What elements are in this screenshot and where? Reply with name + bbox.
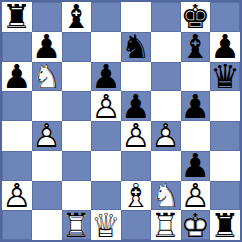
black-bishop[interactable]: ♝ xyxy=(62,2,92,32)
piece-glyph-fill: ♜ xyxy=(151,210,181,240)
white-pawn[interactable]: ♟♙ xyxy=(121,121,151,151)
square-b1[interactable] xyxy=(32,210,62,240)
chess-board: ♜♝♚♟♞♝♟♟♞♘♟♛♟♙♟♟♟♙♟♙♟♙♟♟♙♝♗♞♘♟♙♜♖♛♕♜♖♚♔♜ xyxy=(0,0,242,242)
square-d8[interactable] xyxy=(91,2,121,32)
square-d3[interactable] xyxy=(91,151,121,181)
square-b3[interactable] xyxy=(32,151,62,181)
square-b2[interactable] xyxy=(32,181,62,211)
white-knight[interactable]: ♞♘ xyxy=(32,62,62,92)
square-h8[interactable] xyxy=(210,2,240,32)
square-f8[interactable] xyxy=(151,2,181,32)
piece-glyph-outline: ♔ xyxy=(181,210,211,240)
black-rook[interactable]: ♜ xyxy=(2,2,32,32)
piece-glyph-fill: ♞ xyxy=(151,181,181,211)
black-rook[interactable]: ♜ xyxy=(210,210,240,240)
square-e1[interactable] xyxy=(121,210,151,240)
square-d6[interactable]: ♟ xyxy=(91,62,121,92)
piece-glyph-fill: ♝ xyxy=(121,181,151,211)
white-pawn[interactable]: ♟♙ xyxy=(91,91,121,121)
square-g2[interactable]: ♟♙ xyxy=(181,181,211,211)
black-pawn[interactable]: ♟ xyxy=(32,32,62,62)
piece-glyph-outline: ♙ xyxy=(32,121,62,151)
white-pawn[interactable]: ♟♙ xyxy=(181,181,211,211)
square-b6[interactable]: ♞♘ xyxy=(32,62,62,92)
square-f1[interactable]: ♜♖ xyxy=(151,210,181,240)
black-pawn[interactable]: ♟ xyxy=(181,151,211,181)
piece-glyph-outline: ♘ xyxy=(151,181,181,211)
square-g8[interactable]: ♚ xyxy=(181,2,211,32)
square-a2[interactable]: ♟♙ xyxy=(2,181,32,211)
piece-glyph-outline: ♙ xyxy=(91,91,121,121)
square-a4[interactable] xyxy=(2,121,32,151)
piece-glyph-fill: ♚ xyxy=(181,2,211,32)
square-h3[interactable] xyxy=(210,151,240,181)
piece-glyph-fill: ♟ xyxy=(2,62,32,92)
square-f3[interactable] xyxy=(151,151,181,181)
piece-glyph-fill: ♟ xyxy=(181,151,211,181)
piece-glyph-outline: ♙ xyxy=(121,121,151,151)
white-rook[interactable]: ♜♖ xyxy=(62,210,92,240)
black-bishop[interactable]: ♝ xyxy=(181,32,211,62)
square-c7[interactable] xyxy=(62,32,92,62)
square-f4[interactable]: ♟♙ xyxy=(151,121,181,151)
square-a7[interactable] xyxy=(2,32,32,62)
piece-glyph-fill: ♛ xyxy=(210,62,240,92)
square-g6[interactable] xyxy=(181,62,211,92)
piece-glyph-fill: ♜ xyxy=(210,210,240,240)
square-g5[interactable]: ♟ xyxy=(181,91,211,121)
square-c5[interactable] xyxy=(62,91,92,121)
square-g4[interactable] xyxy=(181,121,211,151)
piece-glyph-outline: ♖ xyxy=(151,210,181,240)
square-e7[interactable]: ♞ xyxy=(121,32,151,62)
piece-glyph-fill: ♟ xyxy=(121,121,151,151)
white-king[interactable]: ♚♔ xyxy=(181,210,211,240)
square-d2[interactable] xyxy=(91,181,121,211)
square-h5[interactable] xyxy=(210,91,240,121)
square-h6[interactable]: ♛ xyxy=(210,62,240,92)
square-g3[interactable]: ♟ xyxy=(181,151,211,181)
piece-glyph-outline: ♕ xyxy=(91,210,121,240)
square-h2[interactable] xyxy=(210,181,240,211)
white-pawn[interactable]: ♟♙ xyxy=(2,181,32,211)
piece-glyph-fill: ♟ xyxy=(2,181,32,211)
square-c1[interactable]: ♜♖ xyxy=(62,210,92,240)
square-d1[interactable]: ♛♕ xyxy=(91,210,121,240)
piece-glyph-fill: ♞ xyxy=(32,62,62,92)
piece-glyph-fill: ♚ xyxy=(181,210,211,240)
square-b8[interactable] xyxy=(32,2,62,32)
piece-glyph-outline: ♙ xyxy=(181,181,211,211)
square-b5[interactable] xyxy=(32,91,62,121)
square-a1[interactable] xyxy=(2,210,32,240)
piece-glyph-outline: ♗ xyxy=(121,181,151,211)
black-knight[interactable]: ♞ xyxy=(121,32,151,62)
square-a8[interactable]: ♜ xyxy=(2,2,32,32)
piece-glyph-fill: ♟ xyxy=(32,32,62,62)
square-c4[interactable] xyxy=(62,121,92,151)
square-c6[interactable] xyxy=(62,62,92,92)
square-a5[interactable] xyxy=(2,91,32,121)
piece-glyph-fill: ♟ xyxy=(91,62,121,92)
piece-glyph-fill: ♜ xyxy=(62,210,92,240)
square-a3[interactable] xyxy=(2,151,32,181)
piece-glyph-fill: ♟ xyxy=(32,121,62,151)
square-f5[interactable] xyxy=(151,91,181,121)
square-e4[interactable]: ♟♙ xyxy=(121,121,151,151)
square-f7[interactable] xyxy=(151,32,181,62)
square-a6[interactable]: ♟ xyxy=(2,62,32,92)
black-pawn[interactable]: ♟ xyxy=(210,32,240,62)
square-c8[interactable]: ♝ xyxy=(62,2,92,32)
square-e3[interactable] xyxy=(121,151,151,181)
piece-glyph-fill: ♞ xyxy=(121,32,151,62)
square-b4[interactable]: ♟♙ xyxy=(32,121,62,151)
white-knight[interactable]: ♞♘ xyxy=(151,181,181,211)
piece-glyph-outline: ♖ xyxy=(62,210,92,240)
square-e6[interactable] xyxy=(121,62,151,92)
piece-glyph-outline: ♘ xyxy=(32,62,62,92)
white-rook[interactable]: ♜♖ xyxy=(151,210,181,240)
square-c2[interactable] xyxy=(62,181,92,211)
piece-glyph-fill: ♟ xyxy=(210,32,240,62)
square-h4[interactable] xyxy=(210,121,240,151)
square-b7[interactable]: ♟ xyxy=(32,32,62,62)
square-f2[interactable]: ♞♘ xyxy=(151,181,181,211)
square-e2[interactable]: ♝♗ xyxy=(121,181,151,211)
piece-glyph-outline: ♙ xyxy=(2,181,32,211)
square-e8[interactable] xyxy=(121,2,151,32)
black-queen[interactable]: ♛ xyxy=(210,62,240,92)
piece-glyph-fill: ♟ xyxy=(181,91,211,121)
square-d5[interactable]: ♟♙ xyxy=(91,91,121,121)
black-pawn[interactable]: ♟ xyxy=(2,62,32,92)
square-h7[interactable]: ♟ xyxy=(210,32,240,62)
piece-glyph-fill: ♝ xyxy=(181,32,211,62)
square-d4[interactable] xyxy=(91,121,121,151)
square-e5[interactable]: ♟ xyxy=(121,91,151,121)
black-king[interactable]: ♚ xyxy=(181,2,211,32)
piece-glyph-fill: ♛ xyxy=(91,210,121,240)
white-pawn[interactable]: ♟♙ xyxy=(151,121,181,151)
piece-glyph-fill: ♟ xyxy=(91,91,121,121)
white-queen[interactable]: ♛♕ xyxy=(91,210,121,240)
white-bishop[interactable]: ♝♗ xyxy=(121,181,151,211)
square-g1[interactable]: ♚♔ xyxy=(181,210,211,240)
black-pawn[interactable]: ♟ xyxy=(91,62,121,92)
piece-glyph-fill: ♟ xyxy=(121,91,151,121)
square-c3[interactable] xyxy=(62,151,92,181)
white-pawn[interactable]: ♟♙ xyxy=(32,121,62,151)
piece-glyph-fill: ♜ xyxy=(2,2,32,32)
piece-glyph-fill: ♟ xyxy=(151,121,181,151)
square-h1[interactable]: ♜ xyxy=(210,210,240,240)
piece-glyph-outline: ♙ xyxy=(151,121,181,151)
square-f6[interactable] xyxy=(151,62,181,92)
piece-glyph-fill: ♟ xyxy=(181,181,211,211)
piece-glyph-fill: ♝ xyxy=(62,2,92,32)
square-d7[interactable] xyxy=(91,32,121,62)
black-pawn[interactable]: ♟ xyxy=(121,91,151,121)
square-g7[interactable]: ♝ xyxy=(181,32,211,62)
black-pawn[interactable]: ♟ xyxy=(181,91,211,121)
